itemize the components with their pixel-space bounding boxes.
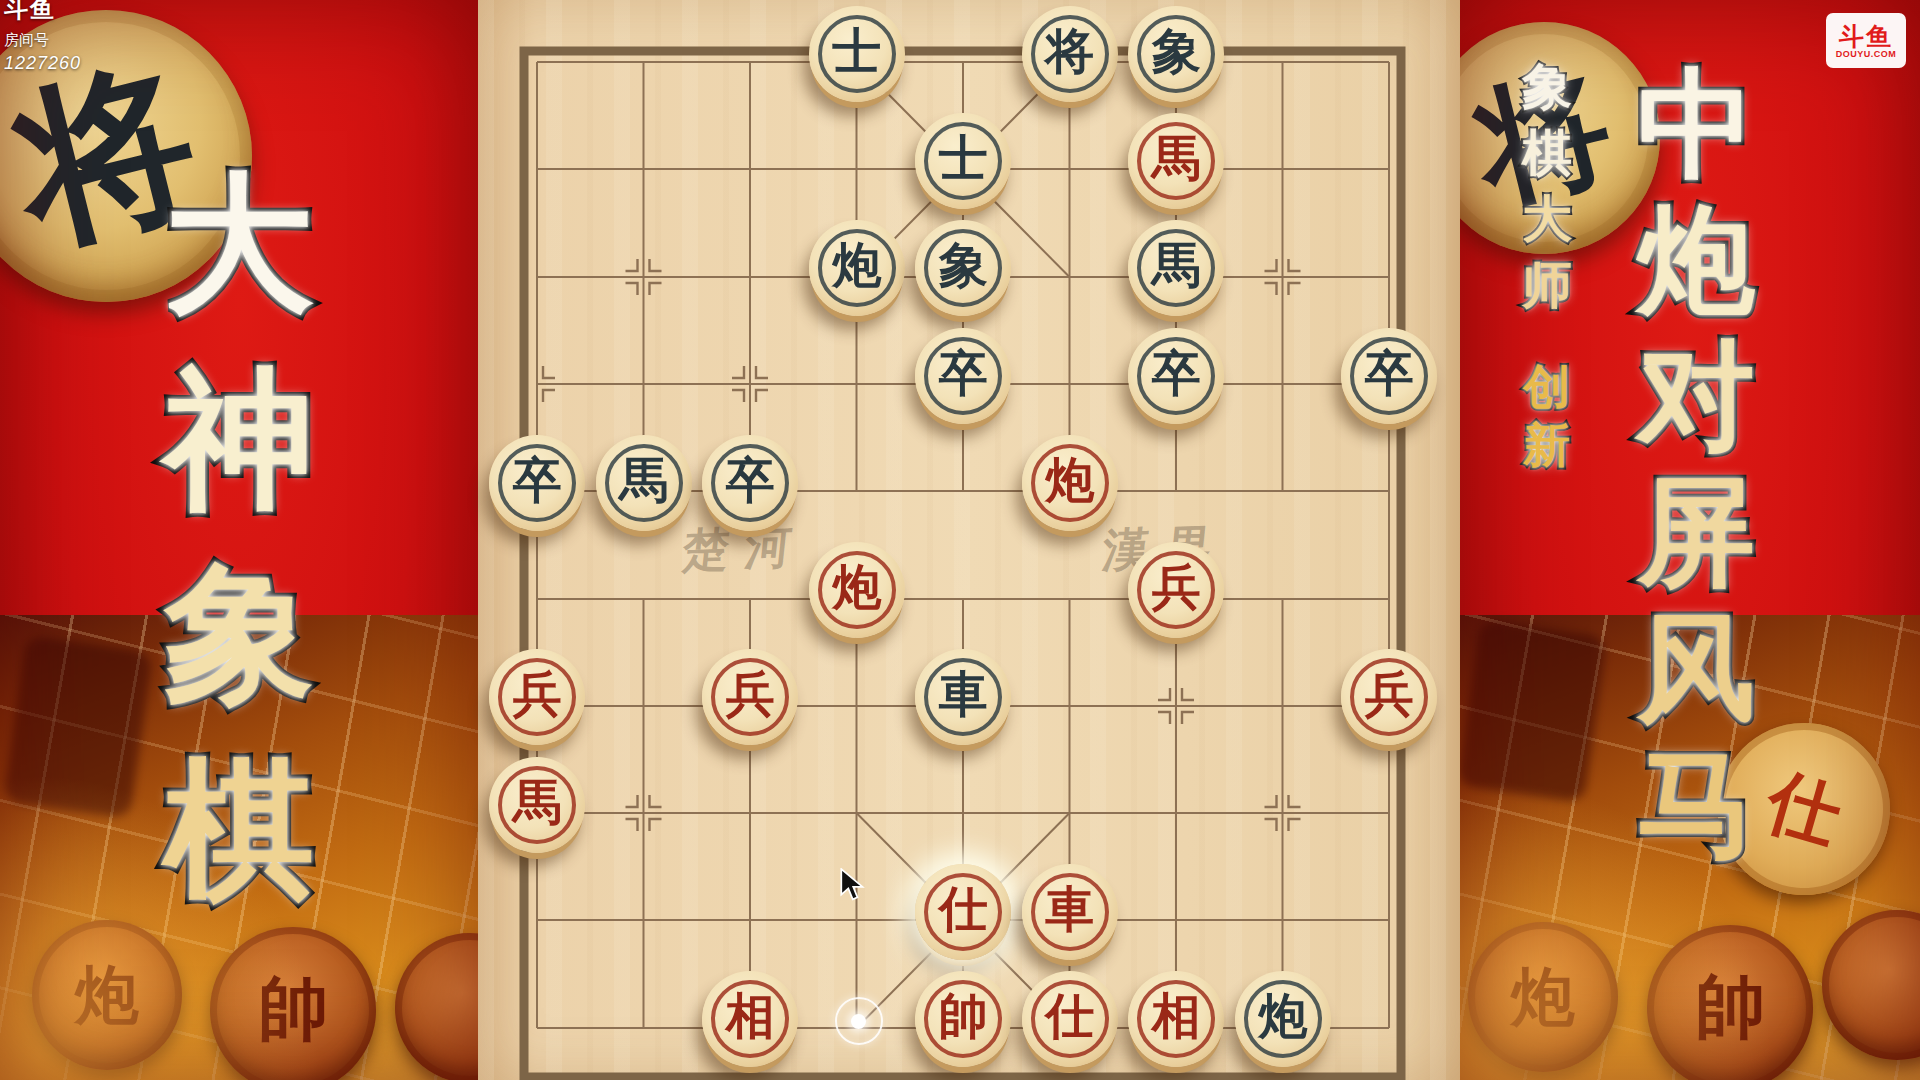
artwork-piece-char: 帥 (1695, 961, 1765, 1055)
piece-char: 将 (1045, 19, 1094, 85)
piece-char: 炮 (832, 555, 881, 621)
piece-char: 卒 (939, 341, 988, 407)
right-banner: 仕 炮 帥 将 象棋大师 创新 中炮对屏风马 斗鱼 DOUYU.COM (1460, 0, 1920, 1080)
piece-char: 炮 (832, 233, 881, 299)
piece-char: 卒 (726, 448, 775, 514)
piece-char: 相 (726, 984, 775, 1050)
right-banner-subtitle2: 创新 (1516, 358, 1578, 474)
piece-black-士[interactable]: 士 (915, 113, 1011, 209)
douyu-domain-text: DOUYU.COM (1836, 49, 1897, 59)
banner-char: 对 (1637, 330, 1755, 466)
piece-black-卒[interactable]: 卒 (702, 435, 798, 531)
piece-char: 車 (1045, 877, 1094, 943)
piece-red-馬[interactable]: 馬 (1128, 113, 1224, 209)
piece-char: 仕 (939, 877, 988, 943)
piece-char: 炮 (1258, 984, 1307, 1050)
piece-red-仕[interactable]: 仕 (1022, 971, 1118, 1067)
banner-char: 象 (164, 538, 314, 733)
piece-char: 馬 (513, 770, 562, 836)
piece-black-馬[interactable]: 馬 (596, 435, 692, 531)
stream-frame: 炮 帥 将 大神象棋 斗鱼 房间号 1227260 楚河 漢界 士将象士馬炮象馬… (0, 0, 1920, 1080)
piece-black-炮[interactable]: 炮 (809, 220, 905, 316)
banner-char: 炮 (1637, 194, 1755, 330)
piece-black-象[interactable]: 象 (915, 220, 1011, 316)
piece-black-馬[interactable]: 馬 (1128, 220, 1224, 316)
piece-red-相[interactable]: 相 (1128, 971, 1224, 1067)
banner-char: 象 (1522, 54, 1572, 120)
piece-char: 卒 (513, 448, 562, 514)
piece-black-車[interactable]: 車 (915, 649, 1011, 745)
artwork-piece-char: 炮 (75, 952, 139, 1039)
piece-black-卒[interactable]: 卒 (489, 435, 585, 531)
room-info-overlay: 斗鱼 房间号 1227260 (4, 0, 81, 74)
artwork-emblem (1460, 619, 1607, 803)
piece-red-兵[interactable]: 兵 (489, 649, 585, 745)
piece-red-車[interactable]: 車 (1022, 864, 1118, 960)
piece-red-兵[interactable]: 兵 (702, 649, 798, 745)
piece-char: 馬 (619, 448, 668, 514)
piece-char: 車 (939, 662, 988, 728)
artwork-cannon-piece: 炮 (32, 920, 182, 1070)
banner-char: 师 (1522, 252, 1572, 318)
piece-char: 卒 (1365, 341, 1414, 407)
douyu-logo-small: 斗鱼 (4, 0, 81, 25)
piece-red-相[interactable]: 相 (702, 971, 798, 1067)
douyu-logo-text: 斗鱼 (1839, 23, 1893, 49)
room-number-label: 房间号 (4, 31, 81, 50)
banner-char: 创 (1524, 358, 1571, 416)
piece-black-卒[interactable]: 卒 (1128, 328, 1224, 424)
artwork-cannon-piece: 炮 (1468, 922, 1618, 1072)
piece-char: 馬 (1152, 233, 1201, 299)
piece-char: 兵 (1152, 555, 1201, 621)
piece-red-兵[interactable]: 兵 (1341, 649, 1437, 745)
piece-black-象[interactable]: 象 (1128, 6, 1224, 102)
piece-char: 兵 (513, 662, 562, 728)
douyu-logo-badge: 斗鱼 DOUYU.COM (1826, 13, 1906, 68)
piece-char: 卒 (1152, 341, 1201, 407)
artwork-piece-char: 仕 (1756, 753, 1852, 865)
artwork-general-piece: 帥 (210, 927, 376, 1080)
piece-char: 馬 (1152, 126, 1201, 192)
piece-char: 象 (1152, 19, 1201, 85)
banner-char: 大 (164, 148, 314, 343)
artwork-partial-piece (1822, 910, 1920, 1060)
right-banner-title: 中炮对屏风马 (1626, 58, 1766, 874)
mouse-cursor (838, 868, 868, 902)
piece-red-炮[interactable]: 炮 (1022, 435, 1118, 531)
board-area: 楚河 漢界 士将象士馬炮象馬卒卒卒卒馬卒炮炮兵兵兵車兵馬仕車相帥仕相炮 (478, 0, 1460, 1080)
piece-red-兵[interactable]: 兵 (1128, 542, 1224, 638)
piece-char: 兵 (726, 662, 775, 728)
piece-char: 相 (1152, 984, 1201, 1050)
piece-red-炮[interactable]: 炮 (809, 542, 905, 638)
banner-char: 棋 (164, 733, 314, 928)
piece-char: 仕 (1045, 984, 1094, 1050)
artwork-partial-piece (395, 933, 478, 1080)
banner-char: 新 (1524, 416, 1571, 474)
piece-char: 炮 (1045, 448, 1094, 514)
piece-char: 兵 (1365, 662, 1414, 728)
artwork-general-piece: 帥 (1647, 925, 1813, 1080)
banner-char: 马 (1637, 738, 1755, 874)
piece-black-士[interactable]: 士 (809, 6, 905, 102)
piece-char: 帥 (939, 984, 988, 1050)
piece-black-卒[interactable]: 卒 (1341, 328, 1437, 424)
banner-char: 屏 (1637, 466, 1755, 602)
artwork-piece-char: 炮 (1511, 954, 1575, 1041)
left-banner: 炮 帥 将 大神象棋 斗鱼 房间号 1227260 (0, 0, 478, 1080)
banner-char: 中 (1637, 58, 1755, 194)
banner-char: 神 (164, 343, 314, 538)
banner-char: 大 (1522, 186, 1572, 252)
piece-red-馬[interactable]: 馬 (489, 757, 585, 853)
banner-char: 风 (1637, 602, 1755, 738)
piece-char: 士 (832, 19, 881, 85)
artwork-piece-char: 帥 (258, 963, 328, 1057)
piece-char: 士 (939, 126, 988, 192)
right-banner-subtitle: 象棋大师 (1516, 54, 1578, 318)
piece-red-帥[interactable]: 帥 (915, 971, 1011, 1067)
left-banner-title: 大神象棋 (0, 148, 478, 928)
room-number-value: 1227260 (4, 53, 81, 74)
piece-red-仕[interactable]: 仕 (915, 864, 1011, 960)
piece-black-炮[interactable]: 炮 (1235, 971, 1331, 1067)
board-grid: 士将象士馬炮象馬卒卒卒卒馬卒炮炮兵兵兵車兵馬仕車相帥仕相炮 (484, 0, 1443, 1073)
piece-black-将[interactable]: 将 (1022, 6, 1118, 102)
piece-char: 象 (939, 233, 988, 299)
banner-char: 棋 (1522, 120, 1572, 186)
piece-black-卒[interactable]: 卒 (915, 328, 1011, 424)
